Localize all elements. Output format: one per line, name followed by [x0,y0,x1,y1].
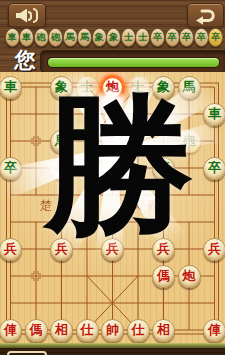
player-name: 您 [8,47,42,73]
piece-red-俥[interactable]: 俥 [203,319,225,342]
bottom-tray-cutoff [7,351,47,355]
piece-red-炮[interactable]: 炮 [178,265,201,288]
piece-red-俥[interactable]: 俥 [0,319,22,342]
speaker-icon [16,8,38,23]
tray-piece: 馬 [77,28,92,47]
victory-banner: 勝 [6,88,225,244]
tray-piece: 砲 [48,28,63,47]
xiangqi-board[interactable]: 楚河 汉界 車象士士象馬車馬砲砲卒卒卒卒卒炮兵兵兵兵兵傌炮俥傌相仕帥仕相俥 勝 [0,72,225,343]
piece-red-傌[interactable]: 傌 [25,319,48,342]
tray-piece: 象 [92,28,107,47]
tray-piece: 卒 [179,28,194,47]
piece-red-帥[interactable]: 帥 [101,319,124,342]
piece-red-相[interactable]: 相 [152,319,175,342]
tray-piece: 車 [5,28,20,47]
piece-red-傌[interactable]: 傌 [152,265,175,288]
tray-piece: 士 [121,28,136,47]
tray-piece: 卒 [165,28,180,47]
back-button[interactable] [187,3,224,28]
tray-piece: 象 [106,28,121,47]
captured-tray: 車車砲砲馬馬象象士士卒卒卒卒卒 [0,28,225,48]
tray-piece: 卒 [150,28,165,47]
player-progress-bar [47,57,220,68]
tray-piece: 馬 [63,28,78,47]
back-arrow-icon [194,7,218,25]
tray-piece: 士 [135,28,150,47]
piece-red-仕[interactable]: 仕 [76,319,99,342]
tray-piece: 卒 [194,28,209,47]
tray-piece: 車 [19,28,34,47]
piece-red-仕[interactable]: 仕 [127,319,150,342]
piece-red-相[interactable]: 相 [50,319,73,342]
tray-piece: 卒 [208,28,223,47]
tray-piece: 砲 [34,28,49,47]
sound-button[interactable] [8,3,46,28]
game-screen: 車車砲砲馬馬象象士士卒卒卒卒卒 您 楚河 汉界 車象士士象馬車馬砲砲卒卒卒卒卒炮… [0,0,225,355]
player-progress-fill [48,58,219,67]
